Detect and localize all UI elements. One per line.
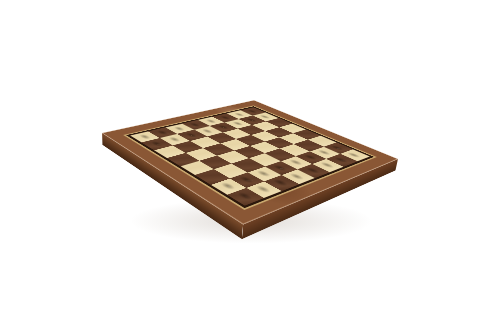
photo-background: ♜♟♞♟♝♟♚♟♛♟♝♟♟♞♜♟♟♜♞♟♟♝♟♚♟♛♟♝♟♞♟♜: [0, 0, 480, 320]
piece-silver-rook[interactable]: ♜: [229, 163, 262, 200]
square-a1[interactable]: ♜: [227, 188, 264, 206]
square-a7[interactable]: ♟: [142, 138, 173, 150]
piece-gold-pawn[interactable]: ♟: [146, 121, 169, 147]
